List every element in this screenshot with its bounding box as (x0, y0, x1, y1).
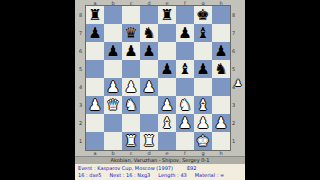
black-pawn[interactable]: ♟ (196, 61, 209, 76)
square-h4[interactable] (212, 78, 230, 96)
rank-labels-left: 87654321 (75, 6, 86, 150)
square-c2[interactable] (122, 114, 140, 132)
file-labels-bottom: abcdefgh (86, 150, 230, 156)
black-rook[interactable]: ♜ (88, 7, 101, 22)
square-h2[interactable]: ♟ (212, 114, 230, 132)
square-f8[interactable] (176, 6, 194, 24)
square-a7[interactable]: ♟ (86, 24, 104, 42)
square-g3[interactable]: ♝ (194, 96, 212, 114)
rank-label-6: 6 (230, 42, 237, 60)
square-a1[interactable] (86, 132, 104, 150)
white-pawn[interactable]: ♟ (160, 97, 173, 112)
square-a2[interactable] (86, 114, 104, 132)
square-f7[interactable]: ♟ (176, 24, 194, 42)
game-length: Length : 43 (158, 172, 186, 179)
black-bishop[interactable]: ♝ (178, 61, 191, 76)
rank-label-3: 3 (230, 96, 237, 114)
rank-label-5: 5 (75, 60, 86, 78)
rank-label-4: 4 (75, 78, 86, 96)
video-frame: abcdefgh 87654321 ♜♜♚♟♛♞♟♝♟♟♟♟♟♝♟♞♟♟♟♟♛♞… (0, 0, 320, 180)
file-label-c: c (122, 150, 140, 156)
black-pawn[interactable]: ♟ (214, 43, 227, 58)
side-to-move-indicator-white-pawn-icon: ♟ (234, 79, 242, 88)
rank-label-7: 7 (75, 24, 86, 42)
square-g6[interactable] (194, 42, 212, 60)
black-king[interactable]: ♚ (196, 7, 209, 22)
black-pawn[interactable]: ♟ (178, 25, 191, 40)
square-d8[interactable] (140, 6, 158, 24)
square-e7[interactable] (158, 24, 176, 42)
square-d6[interactable]: ♟ (140, 42, 158, 60)
event-line: Event : Kasparov Cup, Moscow (1997) E92 (78, 165, 242, 172)
square-a3[interactable]: ♟ (86, 96, 104, 114)
white-pawn[interactable]: ♟ (214, 115, 227, 130)
white-rook[interactable]: ♜ (124, 133, 137, 148)
square-d3[interactable] (140, 96, 158, 114)
rank-label-3: 3 (75, 96, 86, 114)
square-d2[interactable] (140, 114, 158, 132)
white-pawn[interactable]: ♟ (196, 115, 209, 130)
square-h8[interactable] (212, 6, 230, 24)
white-pawn[interactable]: ♟ (178, 115, 191, 130)
square-h1[interactable] (212, 132, 230, 150)
file-label-b: b (104, 150, 122, 156)
square-f6[interactable] (176, 42, 194, 60)
square-c6[interactable]: ♟ (122, 42, 140, 60)
move-line: 16 : dxe5 Next : 16 : Nxg3 Length : 43 M… (78, 172, 242, 179)
square-g1[interactable]: ♚ (194, 132, 212, 150)
square-d5[interactable] (140, 60, 158, 78)
rank-label-2: 2 (75, 114, 86, 132)
white-bishop[interactable]: ♝ (196, 97, 209, 112)
square-f3[interactable]: ♞ (176, 96, 194, 114)
rank-label-6: 6 (75, 42, 86, 60)
square-h3[interactable] (212, 96, 230, 114)
black-pawn[interactable]: ♟ (160, 61, 173, 76)
square-c8[interactable] (122, 6, 140, 24)
white-knight[interactable]: ♞ (178, 97, 191, 112)
square-c5[interactable] (122, 60, 140, 78)
square-e8[interactable]: ♜ (158, 6, 176, 24)
square-b6[interactable]: ♟ (104, 42, 122, 60)
white-queen[interactable]: ♛ (106, 97, 119, 112)
black-pawn[interactable]: ♟ (142, 43, 155, 58)
square-a6[interactable] (86, 42, 104, 60)
square-a4[interactable] (86, 78, 104, 96)
square-e6[interactable] (158, 42, 176, 60)
game-info-panel: Event : Kasparov Cup, Moscow (1997) E92 … (75, 164, 245, 180)
square-h6[interactable]: ♟ (212, 42, 230, 60)
square-a5[interactable] (86, 60, 104, 78)
square-c3[interactable]: ♞ (122, 96, 140, 114)
square-b5[interactable] (104, 60, 122, 78)
white-king[interactable]: ♚ (196, 133, 209, 148)
material-balance: Material : = (195, 172, 224, 179)
rank-labels-right: 87654321 ♟ (230, 6, 245, 150)
file-label-d: d (140, 150, 158, 156)
eco-code: E92 (187, 165, 197, 172)
white-knight[interactable]: ♞ (124, 97, 137, 112)
square-e5[interactable]: ♟ (158, 60, 176, 78)
white-pawn[interactable]: ♟ (88, 97, 101, 112)
square-b3[interactable]: ♛ (104, 96, 122, 114)
black-pawn[interactable]: ♟ (106, 43, 119, 58)
file-label-a: a (86, 150, 104, 156)
square-e3[interactable]: ♟ (158, 96, 176, 114)
black-bishop[interactable]: ♝ (196, 25, 209, 40)
white-pawn[interactable]: ♟ (142, 79, 155, 94)
square-f2[interactable]: ♟ (176, 114, 194, 132)
square-f1[interactable] (176, 132, 194, 150)
white-bishop[interactable]: ♝ (160, 115, 173, 130)
rank-label-8: 8 (230, 6, 237, 24)
current-move: 16 : dxe5 (78, 172, 101, 179)
players-result-bar: Akobian, Varuzhan - Shipov, Sergey 0-1 (75, 156, 245, 164)
black-rook[interactable]: ♜ (160, 7, 173, 22)
square-d4[interactable]: ♟ (140, 78, 158, 96)
square-b8[interactable] (104, 6, 122, 24)
event-label: Event : Kasparov Cup, Moscow (1997) (78, 165, 173, 172)
file-label-g: g (194, 150, 212, 156)
black-pawn[interactable]: ♟ (88, 25, 101, 40)
white-pawn[interactable]: ♟ (124, 79, 137, 94)
chess-gui-panel: abcdefgh 87654321 ♜♜♚♟♛♞♟♝♟♟♟♟♟♝♟♞♟♟♟♟♛♞… (75, 0, 245, 180)
black-queen[interactable]: ♛ (124, 25, 137, 40)
next-move: Next : 16 : Nxg3 (109, 172, 150, 179)
square-e2[interactable]: ♝ (158, 114, 176, 132)
rank-label-1: 1 (75, 132, 86, 150)
square-g8[interactable]: ♚ (194, 6, 212, 24)
square-c7[interactable]: ♛ (122, 24, 140, 42)
square-b4[interactable]: ♟ (104, 78, 122, 96)
square-b1[interactable] (104, 132, 122, 150)
square-c4[interactable]: ♟ (122, 78, 140, 96)
square-b2[interactable] (104, 114, 122, 132)
file-label-h: h (212, 150, 230, 156)
square-a8[interactable]: ♜ (86, 6, 104, 24)
white-rook[interactable]: ♜ (142, 133, 155, 148)
square-h5[interactable]: ♞ (212, 60, 230, 78)
rank-label-5: 5 (230, 60, 237, 78)
square-h7[interactable] (212, 24, 230, 42)
square-e1[interactable] (158, 132, 176, 150)
square-g4[interactable] (194, 78, 212, 96)
square-f5[interactable]: ♝ (176, 60, 194, 78)
square-e4[interactable] (158, 78, 176, 96)
rank-label-1: 1 (230, 132, 237, 150)
square-c1[interactable]: ♜ (122, 132, 140, 150)
file-label-f: f (176, 150, 194, 156)
white-pawn[interactable]: ♟ (106, 79, 119, 94)
black-knight[interactable]: ♞ (142, 25, 155, 40)
black-knight[interactable]: ♞ (214, 61, 227, 76)
square-d7[interactable]: ♞ (140, 24, 158, 42)
black-pawn[interactable]: ♟ (124, 43, 137, 58)
square-b7[interactable] (104, 24, 122, 42)
rank-label-7: 7 (230, 24, 237, 42)
square-g5[interactable]: ♟ (194, 60, 212, 78)
square-d1[interactable]: ♜ (140, 132, 158, 150)
chess-board: ♜♜♚♟♛♞♟♝♟♟♟♟♟♝♟♞♟♟♟♟♛♞♟♞♝♝♟♟♟♜♜♚ (86, 6, 230, 150)
rank-label-2: 2 (230, 114, 237, 132)
square-g2[interactable]: ♟ (194, 114, 212, 132)
file-label-e: e (158, 150, 176, 156)
square-f4[interactable] (176, 78, 194, 96)
rank-label-8: 8 (75, 6, 86, 24)
square-g7[interactable]: ♝ (194, 24, 212, 42)
